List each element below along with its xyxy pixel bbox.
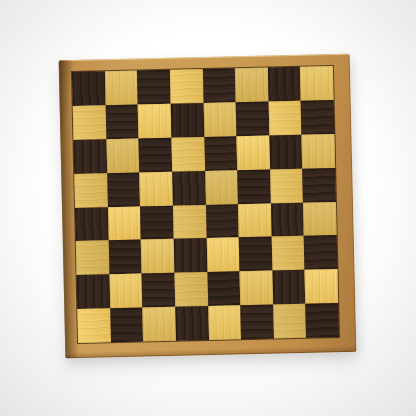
square-h5[interactable] (303, 168, 336, 203)
square-c7[interactable] (138, 104, 171, 139)
square-e6[interactable] (204, 136, 237, 171)
square-g1[interactable] (273, 304, 306, 339)
square-f8[interactable] (235, 68, 268, 103)
square-e8[interactable] (202, 68, 235, 103)
square-g3[interactable] (271, 236, 304, 271)
square-h1[interactable] (306, 303, 339, 338)
square-b2[interactable] (109, 274, 142, 309)
square-h4[interactable] (303, 202, 336, 237)
square-g6[interactable] (269, 135, 302, 170)
square-g7[interactable] (268, 101, 301, 136)
square-d6[interactable] (171, 137, 204, 172)
square-g4[interactable] (271, 202, 304, 237)
square-b7[interactable] (105, 104, 138, 139)
square-d7[interactable] (171, 103, 204, 138)
square-f6[interactable] (237, 135, 270, 170)
square-g5[interactable] (270, 168, 303, 203)
square-a4[interactable] (75, 207, 108, 242)
square-b1[interactable] (110, 308, 143, 343)
square-e4[interactable] (205, 204, 238, 239)
square-d1[interactable] (175, 306, 208, 341)
square-d5[interactable] (172, 171, 205, 206)
square-d4[interactable] (173, 205, 206, 240)
square-a5[interactable] (74, 173, 107, 208)
square-d8[interactable] (170, 69, 203, 104)
square-h3[interactable] (304, 235, 337, 270)
square-c1[interactable] (143, 307, 176, 342)
photo-background (0, 0, 416, 416)
square-b4[interactable] (108, 206, 141, 241)
square-c6[interactable] (139, 138, 172, 173)
square-f2[interactable] (240, 271, 273, 306)
square-g8[interactable] (268, 67, 301, 102)
square-e7[interactable] (203, 102, 236, 137)
square-h6[interactable] (302, 134, 335, 169)
square-h8[interactable] (300, 66, 333, 101)
square-c4[interactable] (140, 205, 173, 240)
square-e2[interactable] (207, 272, 240, 307)
square-a2[interactable] (77, 274, 110, 309)
square-e1[interactable] (208, 305, 241, 340)
square-c8[interactable] (137, 70, 170, 105)
square-c2[interactable] (142, 273, 175, 308)
square-f7[interactable] (236, 101, 269, 136)
square-c3[interactable] (141, 239, 174, 274)
square-b6[interactable] (106, 138, 139, 173)
square-b5[interactable] (107, 172, 140, 207)
square-c5[interactable] (139, 171, 172, 206)
square-f5[interactable] (237, 169, 270, 204)
square-f1[interactable] (240, 305, 273, 340)
square-b3[interactable] (108, 240, 141, 275)
square-e5[interactable] (205, 170, 238, 205)
square-d3[interactable] (174, 238, 207, 273)
game-board (72, 66, 339, 343)
square-h2[interactable] (305, 269, 338, 304)
square-h7[interactable] (301, 100, 334, 135)
square-g2[interactable] (272, 270, 305, 305)
square-d2[interactable] (174, 272, 207, 307)
square-a8[interactable] (72, 71, 105, 106)
square-f4[interactable] (238, 203, 271, 238)
square-e3[interactable] (206, 238, 239, 273)
square-a3[interactable] (76, 241, 109, 276)
board-frame (59, 54, 357, 359)
square-b8[interactable] (105, 71, 138, 106)
square-a6[interactable] (73, 139, 106, 174)
square-a7[interactable] (73, 105, 106, 140)
square-a1[interactable] (77, 308, 110, 343)
square-f3[interactable] (239, 237, 272, 272)
